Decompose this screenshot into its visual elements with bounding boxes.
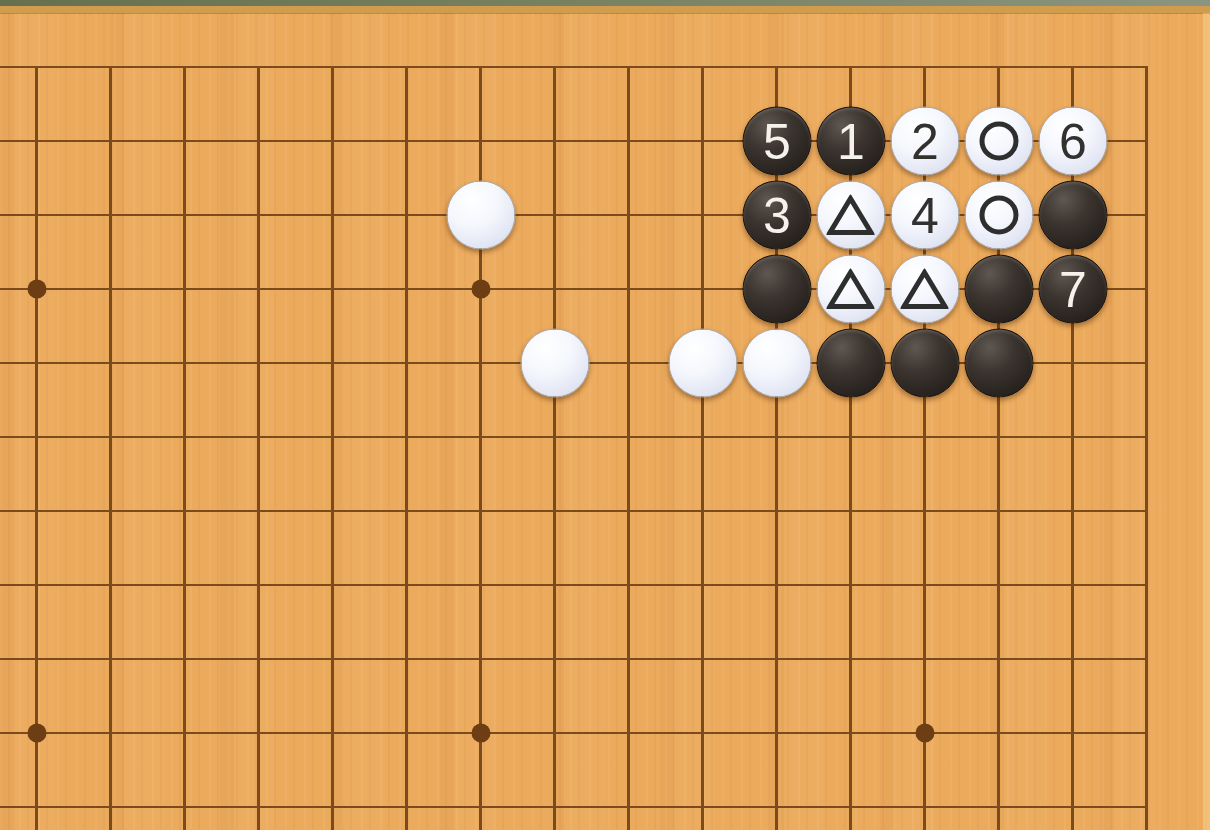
- grid-line-horizontal: [0, 436, 1148, 439]
- stone-black-R16[interactable]: [964, 255, 1033, 324]
- move-number-label: 6: [1059, 116, 1086, 166]
- grid-line-vertical: [1145, 66, 1148, 830]
- triangle-mark-icon: [827, 194, 875, 236]
- grid-line-vertical: [257, 66, 260, 830]
- star-point: [471, 280, 490, 299]
- triangle-mark-icon: [827, 268, 875, 310]
- go-diagram: 3512467: [0, 0, 1210, 830]
- grid-line-horizontal: [0, 658, 1148, 661]
- stone-white-Q18[interactable]: 2: [890, 107, 959, 176]
- go-board[interactable]: 3512467: [0, 13, 1210, 830]
- stone-white-S18[interactable]: 6: [1038, 107, 1107, 176]
- grid-line-horizontal: [0, 584, 1148, 587]
- circle-mark-icon: [979, 196, 1018, 235]
- star-point: [27, 724, 46, 743]
- stone-black-Q15[interactable]: [890, 329, 959, 398]
- star-point: [915, 724, 934, 743]
- move-number-label: 3: [763, 190, 790, 240]
- stone-white-R17[interactable]: [964, 181, 1033, 250]
- triangle-mark-icon: [901, 268, 949, 310]
- grid-line-vertical: [701, 66, 704, 830]
- board-right-bevel: [1203, 13, 1210, 830]
- grid-line-vertical: [109, 66, 112, 830]
- grid-line-vertical: [183, 66, 186, 830]
- stone-white-Q16[interactable]: [890, 255, 959, 324]
- grid-line-horizontal: [0, 510, 1148, 513]
- star-point: [27, 280, 46, 299]
- stone-black-O16[interactable]: [742, 255, 811, 324]
- stone-black-O17[interactable]: 3: [742, 181, 811, 250]
- stone-white-O15[interactable]: [742, 329, 811, 398]
- move-number-label: 7: [1059, 264, 1086, 314]
- grid-line-vertical: [331, 66, 334, 830]
- stone-black-S16[interactable]: 7: [1038, 255, 1107, 324]
- stone-white-L15[interactable]: [520, 329, 589, 398]
- grid-line-horizontal: [0, 806, 1148, 809]
- stone-white-R18[interactable]: [964, 107, 1033, 176]
- grid-line-vertical: [35, 66, 38, 830]
- grid-line-vertical: [627, 66, 630, 830]
- stone-white-Q17[interactable]: 4: [890, 181, 959, 250]
- move-number-label: 4: [911, 190, 938, 240]
- stone-black-O18[interactable]: 5: [742, 107, 811, 176]
- stone-white-P16[interactable]: [816, 255, 885, 324]
- stone-black-R15[interactable]: [964, 329, 1033, 398]
- move-number-label: 2: [911, 116, 938, 166]
- grid-line-vertical: [405, 66, 408, 830]
- stone-black-S17[interactable]: [1038, 181, 1107, 250]
- grid-line-horizontal: [0, 66, 1148, 69]
- stone-white-N15[interactable]: [668, 329, 737, 398]
- grid-line-vertical: [553, 66, 556, 830]
- grid-line-horizontal: [0, 732, 1148, 735]
- stone-black-P18[interactable]: 1: [816, 107, 885, 176]
- star-point: [471, 724, 490, 743]
- stone-white-P17[interactable]: [816, 181, 885, 250]
- move-number-label: 5: [763, 116, 790, 166]
- stone-white-K17[interactable]: [446, 181, 515, 250]
- stone-black-P15[interactable]: [816, 329, 885, 398]
- circle-mark-icon: [979, 122, 1018, 161]
- move-number-label: 1: [837, 116, 864, 166]
